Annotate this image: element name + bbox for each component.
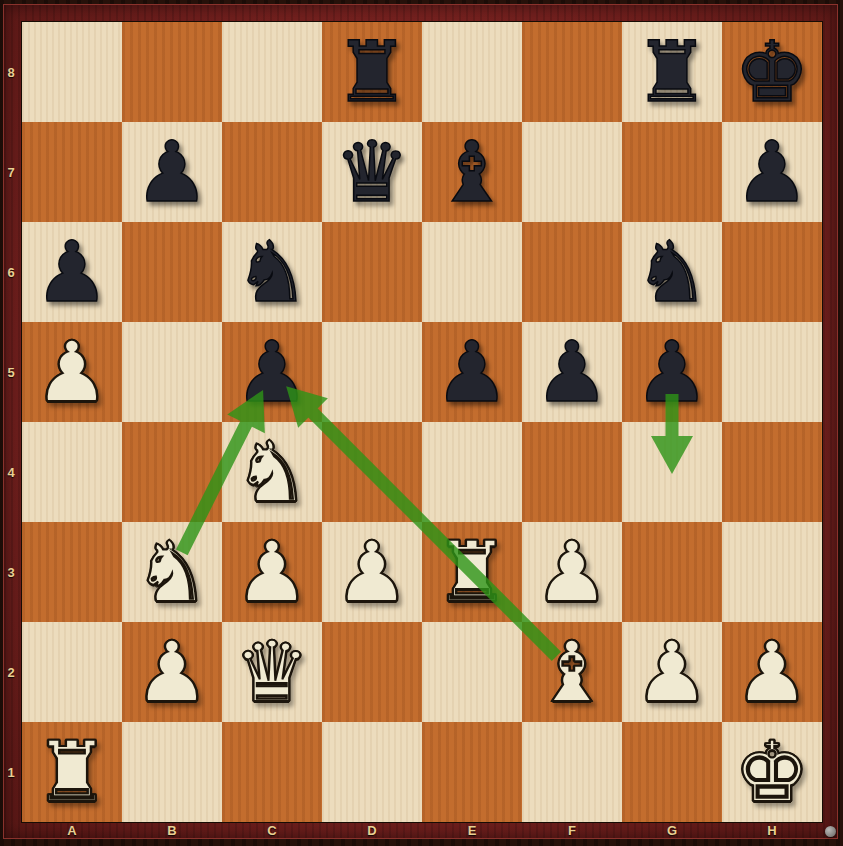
square-g7[interactable] [622,122,722,222]
square-d3[interactable]: ♟ [322,522,422,622]
file-label-g: G [622,822,722,839]
piece-black-queen[interactable]: ♛ [322,122,422,222]
square-e1[interactable] [422,722,522,822]
square-e4[interactable] [422,422,522,522]
square-c8[interactable] [222,22,322,122]
piece-white-bishop[interactable]: ♝ [522,622,622,722]
piece-white-pawn[interactable]: ♟ [222,522,322,622]
rank-label-2: 2 [2,622,20,722]
square-a6[interactable]: ♟ [22,222,122,322]
file-label-e: E [422,822,522,839]
file-label-f: F [522,822,622,839]
square-f6[interactable] [522,222,622,322]
square-b5[interactable] [122,322,222,422]
square-a5[interactable]: ♟ [22,322,122,422]
square-c2[interactable]: ♛ [222,622,322,722]
square-g3[interactable] [622,522,722,622]
square-f7[interactable] [522,122,622,222]
square-f3[interactable]: ♟ [522,522,622,622]
square-e8[interactable] [422,22,522,122]
piece-black-pawn[interactable]: ♟ [722,122,822,222]
square-d8[interactable]: ♜ [322,22,422,122]
square-f4[interactable] [522,422,622,522]
piece-white-pawn[interactable]: ♟ [722,622,822,722]
square-c1[interactable] [222,722,322,822]
file-label-d: D [322,822,422,839]
piece-white-rook[interactable]: ♜ [22,722,122,822]
square-d6[interactable] [322,222,422,322]
square-d4[interactable] [322,422,422,522]
rank-label-5: 5 [2,322,20,422]
square-g6[interactable]: ♞ [622,222,722,322]
square-b1[interactable] [122,722,222,822]
square-g4[interactable] [622,422,722,522]
square-d1[interactable] [322,722,422,822]
chess-app-window: ♜♜♚♟♛♝♟♟♞♞♟♟♟♟♟♞♞♟♟♜♟♟♛♝♟♟♜♚ 87654321 AB… [0,0,843,846]
square-e5[interactable]: ♟ [422,322,522,422]
square-h6[interactable] [722,222,822,322]
piece-white-pawn[interactable]: ♟ [622,622,722,722]
square-b6[interactable] [122,222,222,322]
piece-white-pawn[interactable]: ♟ [22,322,122,422]
square-a8[interactable] [22,22,122,122]
square-b8[interactable] [122,22,222,122]
square-f5[interactable]: ♟ [522,322,622,422]
piece-white-queen[interactable]: ♛ [222,622,322,722]
piece-black-rook[interactable]: ♜ [622,22,722,122]
piece-black-king[interactable]: ♚ [722,22,822,122]
square-b3[interactable]: ♞ [122,522,222,622]
square-b7[interactable]: ♟ [122,122,222,222]
square-a4[interactable] [22,422,122,522]
file-label-b: B [122,822,222,839]
rank-label-8: 8 [2,22,20,122]
square-h1[interactable]: ♚ [722,722,822,822]
rank-label-3: 3 [2,522,20,622]
piece-white-king[interactable]: ♚ [722,722,822,822]
piece-black-pawn[interactable]: ♟ [22,222,122,322]
piece-white-knight[interactable]: ♞ [122,522,222,622]
square-e2[interactable] [422,622,522,722]
square-h8[interactable]: ♚ [722,22,822,122]
resize-grip-dot[interactable] [825,826,836,837]
piece-black-pawn[interactable]: ♟ [422,322,522,422]
square-d5[interactable] [322,322,422,422]
piece-black-knight[interactable]: ♞ [222,222,322,322]
piece-black-pawn[interactable]: ♟ [522,322,622,422]
square-c5[interactable]: ♟ [222,322,322,422]
square-h2[interactable]: ♟ [722,622,822,722]
file-label-h: H [722,822,822,839]
chess-board: ♜♜♚♟♛♝♟♟♞♞♟♟♟♟♟♞♞♟♟♜♟♟♛♝♟♟♜♚ [22,22,822,822]
square-g5[interactable]: ♟ [622,322,722,422]
square-f8[interactable] [522,22,622,122]
rank-label-1: 1 [2,722,20,822]
square-g2[interactable]: ♟ [622,622,722,722]
square-a2[interactable] [22,622,122,722]
square-g1[interactable] [622,722,722,822]
piece-white-pawn[interactable]: ♟ [322,522,422,622]
square-c6[interactable]: ♞ [222,222,322,322]
rank-label-4: 4 [2,422,20,522]
piece-black-bishop[interactable]: ♝ [422,122,522,222]
piece-white-knight[interactable]: ♞ [222,422,322,522]
square-h4[interactable] [722,422,822,522]
square-a7[interactable] [22,122,122,222]
square-f2[interactable]: ♝ [522,622,622,722]
square-c4[interactable]: ♞ [222,422,322,522]
square-e7[interactable]: ♝ [422,122,522,222]
square-f1[interactable] [522,722,622,822]
square-a3[interactable] [22,522,122,622]
piece-white-pawn[interactable]: ♟ [122,622,222,722]
file-label-c: C [222,822,322,839]
piece-black-pawn[interactable]: ♟ [122,122,222,222]
square-g8[interactable]: ♜ [622,22,722,122]
piece-black-pawn[interactable]: ♟ [222,322,322,422]
rank-label-7: 7 [2,122,20,222]
square-b2[interactable]: ♟ [122,622,222,722]
square-h3[interactable] [722,522,822,622]
square-d7[interactable]: ♛ [322,122,422,222]
square-h5[interactable] [722,322,822,422]
square-c7[interactable] [222,122,322,222]
square-a1[interactable]: ♜ [22,722,122,822]
file-label-a: A [22,822,122,839]
piece-white-pawn[interactable]: ♟ [522,522,622,622]
square-e3[interactable]: ♜ [422,522,522,622]
square-d2[interactable] [322,622,422,722]
square-h7[interactable]: ♟ [722,122,822,222]
square-e6[interactable] [422,222,522,322]
piece-white-rook[interactable]: ♜ [422,522,522,622]
piece-black-rook[interactable]: ♜ [322,22,422,122]
rank-label-6: 6 [2,222,20,322]
square-c3[interactable]: ♟ [222,522,322,622]
square-b4[interactable] [122,422,222,522]
piece-black-knight[interactable]: ♞ [622,222,722,322]
piece-black-pawn[interactable]: ♟ [622,322,722,422]
